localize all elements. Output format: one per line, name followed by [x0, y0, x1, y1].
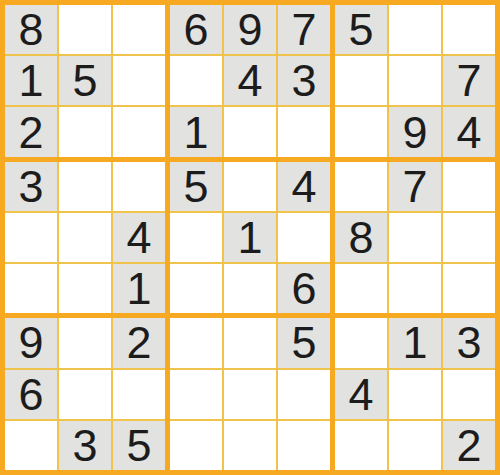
sudoku-cell[interactable] [170, 318, 222, 367]
sudoku-cell[interactable] [170, 56, 222, 105]
sudoku-cell: 5 [113, 421, 165, 470]
sudoku-cell[interactable] [59, 162, 111, 211]
sudoku-cell: 1 [5, 56, 57, 105]
sudoku-cell[interactable] [389, 56, 441, 105]
sudoku-cell[interactable] [113, 107, 165, 156]
sudoku-cell[interactable] [389, 264, 441, 313]
sudoku-cell: 2 [113, 318, 165, 367]
sudoku-cell: 3 [278, 56, 330, 105]
sudoku-cell[interactable] [335, 318, 387, 367]
sudoku-cell[interactable] [59, 370, 111, 419]
sudoku-cell[interactable] [59, 213, 111, 262]
sudoku-cell: 4 [335, 370, 387, 419]
sudoku-cell[interactable] [335, 264, 387, 313]
sudoku-cell: 1 [170, 107, 222, 156]
sudoku-cell[interactable] [335, 421, 387, 470]
sudoku-cell: 9 [5, 318, 57, 367]
sudoku-cell: 7 [278, 5, 330, 54]
sudoku-cell[interactable] [335, 56, 387, 105]
sudoku-cell: 1 [224, 213, 276, 262]
sudoku-cell[interactable] [113, 56, 165, 105]
sudoku-cell: 3 [5, 162, 57, 211]
sudoku-cell[interactable] [443, 162, 495, 211]
sudoku-cell[interactable] [224, 370, 276, 419]
sudoku-box: 697431 [170, 5, 330, 157]
sudoku-cell[interactable] [224, 107, 276, 156]
sudoku-cell: 1 [113, 264, 165, 313]
sudoku-cell: 7 [389, 162, 441, 211]
sudoku-cell: 5 [170, 162, 222, 211]
sudoku-cell[interactable] [389, 5, 441, 54]
sudoku-cell[interactable] [443, 370, 495, 419]
sudoku-cell[interactable] [5, 213, 57, 262]
sudoku-cell[interactable] [278, 421, 330, 470]
sudoku-cell[interactable] [443, 264, 495, 313]
sudoku-box: 5 [170, 318, 330, 470]
sudoku-cell: 8 [5, 5, 57, 54]
sudoku-box: 5416 [170, 162, 330, 314]
sudoku-cell: 6 [170, 5, 222, 54]
sudoku-cell: 4 [113, 213, 165, 262]
sudoku-cell: 9 [224, 5, 276, 54]
sudoku-cell[interactable] [224, 318, 276, 367]
sudoku-box: 78 [335, 162, 495, 314]
sudoku-box: 341 [5, 162, 165, 314]
sudoku-cell: 1 [389, 318, 441, 367]
sudoku-cell: 5 [335, 5, 387, 54]
sudoku-cell: 4 [443, 107, 495, 156]
sudoku-cell[interactable] [389, 421, 441, 470]
sudoku-cell[interactable] [170, 421, 222, 470]
sudoku-cell: 7 [443, 56, 495, 105]
sudoku-cell[interactable] [443, 213, 495, 262]
sudoku-board: 815269743157943415416789263551342 [0, 0, 500, 475]
sudoku-cell[interactable] [389, 370, 441, 419]
sudoku-box: 5794 [335, 5, 495, 157]
sudoku-cell: 3 [443, 318, 495, 367]
sudoku-box: 92635 [5, 318, 165, 470]
sudoku-cell[interactable] [170, 370, 222, 419]
sudoku-cell[interactable] [113, 370, 165, 419]
sudoku-cell[interactable] [59, 264, 111, 313]
sudoku-cell[interactable] [224, 162, 276, 211]
sudoku-cell[interactable] [335, 107, 387, 156]
sudoku-cell[interactable] [224, 264, 276, 313]
sudoku-cell: 9 [389, 107, 441, 156]
sudoku-cell[interactable] [5, 264, 57, 313]
sudoku-cell: 5 [59, 56, 111, 105]
sudoku-box: 8152 [5, 5, 165, 157]
sudoku-box: 1342 [335, 318, 495, 470]
sudoku-cell[interactable] [443, 5, 495, 54]
sudoku-cell[interactable] [113, 5, 165, 54]
sudoku-cell[interactable] [59, 318, 111, 367]
sudoku-cell[interactable] [278, 107, 330, 156]
sudoku-cell: 3 [59, 421, 111, 470]
sudoku-cell[interactable] [113, 162, 165, 211]
sudoku-cell[interactable] [278, 370, 330, 419]
sudoku-cell: 5 [278, 318, 330, 367]
sudoku-cell[interactable] [224, 421, 276, 470]
sudoku-cell[interactable] [5, 421, 57, 470]
sudoku-cell[interactable] [335, 162, 387, 211]
sudoku-cell: 6 [5, 370, 57, 419]
sudoku-cell[interactable] [59, 5, 111, 54]
sudoku-cell: 8 [335, 213, 387, 262]
sudoku-cell: 2 [443, 421, 495, 470]
sudoku-cell: 6 [278, 264, 330, 313]
sudoku-cell: 2 [5, 107, 57, 156]
sudoku-cell: 4 [278, 162, 330, 211]
sudoku-cell[interactable] [59, 107, 111, 156]
sudoku-cell[interactable] [278, 213, 330, 262]
sudoku-cell[interactable] [389, 213, 441, 262]
sudoku-cell[interactable] [170, 264, 222, 313]
sudoku-cell[interactable] [170, 213, 222, 262]
sudoku-cell: 4 [224, 56, 276, 105]
